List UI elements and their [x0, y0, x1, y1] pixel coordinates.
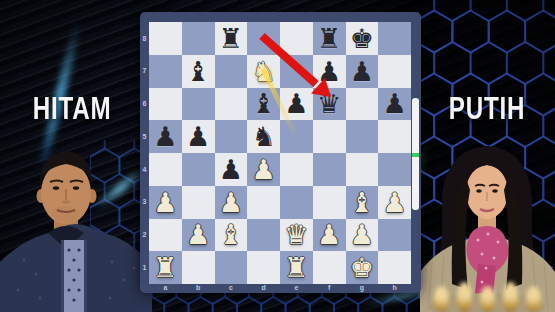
square-b3[interactable] — [182, 186, 215, 219]
square-b1[interactable] — [182, 251, 215, 284]
square-h1[interactable] — [378, 251, 411, 284]
square-b5[interactable]: ♟ — [182, 120, 215, 153]
square-g4[interactable] — [346, 153, 379, 186]
square-h7[interactable] — [378, 55, 411, 88]
square-g3[interactable]: ♝ — [346, 186, 379, 219]
white-pawn: ♟ — [383, 189, 407, 216]
white-rook: ♜ — [284, 254, 308, 281]
square-a8[interactable] — [149, 22, 182, 55]
square-f2[interactable]: ♟ — [313, 219, 346, 252]
file-labels: abcdefgh — [149, 284, 411, 293]
rank-label-3: 3 — [140, 198, 149, 205]
black-pawn: ♟ — [350, 58, 374, 85]
black-bishop: ♝ — [252, 90, 276, 117]
square-e3[interactable] — [280, 186, 313, 219]
rank-label-4: 4 — [140, 166, 149, 173]
blurred-piece — [457, 282, 472, 312]
square-a7[interactable] — [149, 55, 182, 88]
board-squares: ♜♜♚♝♞♟♟♝♟♛♟♟♟♞♟♟♟♟♝♟♟♝♛♟♟♜♜♚ — [149, 22, 411, 284]
black-pawn: ♟ — [383, 90, 407, 117]
square-b4[interactable] — [182, 153, 215, 186]
rank-label-6: 6 — [140, 100, 149, 107]
square-e1[interactable]: ♜ — [280, 251, 313, 284]
square-h8[interactable] — [378, 22, 411, 55]
blurred-piece — [526, 286, 541, 312]
file-label-f: f — [313, 284, 346, 291]
square-e4[interactable] — [280, 153, 313, 186]
black-pawn: ♟ — [317, 58, 341, 85]
square-c6[interactable] — [215, 88, 248, 121]
eval-bar[interactable] — [412, 98, 419, 210]
square-g8[interactable]: ♚ — [346, 22, 379, 55]
square-c7[interactable] — [215, 55, 248, 88]
black-side-label: HITAM — [25, 91, 119, 127]
square-e5[interactable] — [280, 120, 313, 153]
presenter-left-photo — [0, 140, 152, 312]
square-b7[interactable]: ♝ — [182, 55, 215, 88]
white-side-label: PUTIH — [440, 91, 534, 127]
square-d5[interactable]: ♞ — [247, 120, 280, 153]
square-g2[interactable]: ♟ — [346, 219, 379, 252]
square-h6[interactable]: ♟ — [378, 88, 411, 121]
white-knight: ♞ — [252, 58, 276, 85]
square-e2[interactable]: ♛ — [280, 219, 313, 252]
square-f3[interactable] — [313, 186, 346, 219]
file-label-d: d — [247, 284, 280, 291]
blurred-piece — [480, 286, 495, 312]
square-d4[interactable]: ♟ — [247, 153, 280, 186]
square-g5[interactable] — [346, 120, 379, 153]
square-f1[interactable] — [313, 251, 346, 284]
square-d8[interactable] — [247, 22, 280, 55]
square-f7[interactable]: ♟ — [313, 55, 346, 88]
square-d2[interactable] — [247, 219, 280, 252]
square-a1[interactable]: ♜ — [149, 251, 182, 284]
square-f6[interactable]: ♛ — [313, 88, 346, 121]
square-h3[interactable]: ♟ — [378, 186, 411, 219]
black-bishop: ♝ — [186, 58, 210, 85]
square-d1[interactable] — [247, 251, 280, 284]
file-label-a: a — [149, 284, 182, 291]
chess-board: 87654321 abcdefgh ♜♜♚♝♞♟♟♝♟♛♟♟♟♞♟♟♟♟♝♟♟♝… — [140, 12, 421, 293]
white-pawn: ♟ — [317, 221, 341, 248]
rank-label-2: 2 — [140, 231, 149, 238]
square-h2[interactable] — [378, 219, 411, 252]
square-d3[interactable] — [247, 186, 280, 219]
square-a6[interactable] — [149, 88, 182, 121]
square-g6[interactable] — [346, 88, 379, 121]
black-pawn: ♟ — [284, 90, 308, 117]
white-pawn: ♟ — [153, 189, 177, 216]
foreground-chess-pieces-blur — [424, 284, 555, 312]
black-pawn: ♟ — [219, 156, 243, 183]
eval-marker — [412, 153, 419, 157]
square-h5[interactable] — [378, 120, 411, 153]
white-pawn: ♟ — [252, 156, 276, 183]
square-c4[interactable]: ♟ — [215, 153, 248, 186]
square-f4[interactable] — [313, 153, 346, 186]
black-rook: ♜ — [317, 25, 341, 52]
white-pawn: ♟ — [219, 189, 243, 216]
square-a5[interactable]: ♟ — [149, 120, 182, 153]
white-bishop: ♝ — [219, 221, 243, 248]
file-label-c: c — [215, 284, 248, 291]
square-b2[interactable]: ♟ — [182, 219, 215, 252]
rank-label-8: 8 — [140, 35, 149, 42]
square-g1[interactable]: ♚ — [346, 251, 379, 284]
black-knight: ♞ — [252, 123, 276, 150]
blurred-piece — [434, 286, 449, 312]
file-label-h: h — [378, 284, 411, 291]
square-h4[interactable] — [378, 153, 411, 186]
rank-labels: 87654321 — [140, 22, 149, 284]
square-e8[interactable] — [280, 22, 313, 55]
black-pawn: ♟ — [186, 123, 210, 150]
square-a2[interactable] — [149, 219, 182, 252]
white-pawn: ♟ — [186, 221, 210, 248]
file-label-g: g — [346, 284, 379, 291]
white-king: ♚ — [350, 254, 374, 281]
square-c1[interactable] — [215, 251, 248, 284]
square-e6[interactable]: ♟ — [280, 88, 313, 121]
white-rook: ♜ — [153, 254, 177, 281]
blurred-piece — [503, 282, 518, 312]
black-rook: ♜ — [219, 25, 243, 52]
white-pawn: ♟ — [350, 221, 374, 248]
file-label-b: b — [182, 284, 215, 291]
square-d7[interactable]: ♞ — [247, 55, 280, 88]
square-a3[interactable]: ♟ — [149, 186, 182, 219]
square-f8[interactable]: ♜ — [313, 22, 346, 55]
white-queen: ♛ — [284, 221, 308, 248]
square-c5[interactable] — [215, 120, 248, 153]
black-queen: ♛ — [317, 90, 341, 117]
square-c3[interactable]: ♟ — [215, 186, 248, 219]
rank-label-7: 7 — [140, 67, 149, 74]
black-pawn: ♟ — [153, 123, 177, 150]
black-king: ♚ — [350, 25, 374, 52]
square-b8[interactable] — [182, 22, 215, 55]
square-f5[interactable] — [313, 120, 346, 153]
square-e7[interactable] — [280, 55, 313, 88]
file-label-e: e — [280, 284, 313, 291]
square-b6[interactable] — [182, 88, 215, 121]
square-c8[interactable]: ♜ — [215, 22, 248, 55]
rank-label-5: 5 — [140, 133, 149, 140]
square-a4[interactable] — [149, 153, 182, 186]
video-frame: HITAM PUTIH 87654321 abcdefgh ♜♜♚♝♞♟♟♝♟♛… — [0, 0, 555, 312]
square-g7[interactable]: ♟ — [346, 55, 379, 88]
white-bishop: ♝ — [350, 189, 374, 216]
rank-label-1: 1 — [140, 264, 149, 271]
square-c2[interactable]: ♝ — [215, 219, 248, 252]
square-d6[interactable]: ♝ — [247, 88, 280, 121]
